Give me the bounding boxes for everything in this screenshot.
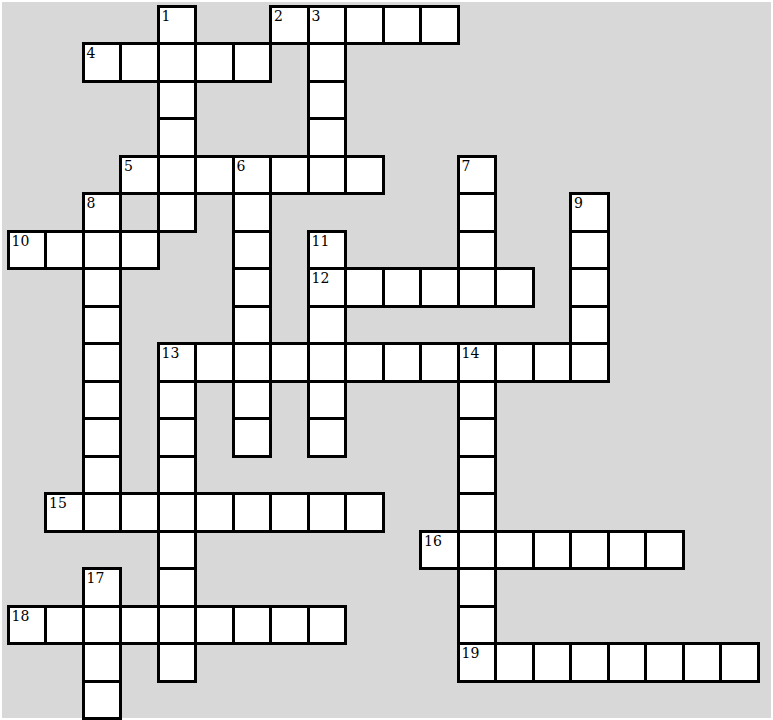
cell-r13-c1[interactable]: 15	[44, 492, 85, 533]
cell-r17-c2[interactable]	[82, 642, 123, 683]
clue-number-10: 10	[12, 233, 30, 249]
clue-number-15: 15	[49, 495, 67, 511]
cell-r14-c15[interactable]	[569, 530, 610, 571]
cell-r11-c8[interactable]	[307, 417, 348, 458]
cell-r9-c9[interactable]	[344, 342, 385, 383]
cell-r6-c6[interactable]	[232, 230, 273, 271]
cell-r9-c5[interactable]	[194, 342, 235, 383]
cell-r10-c12[interactable]	[457, 380, 498, 421]
clue-number-13: 13	[162, 345, 180, 361]
cell-r0-c7[interactable]: 2	[269, 5, 310, 46]
cell-r17-c13[interactable]	[494, 642, 535, 683]
cell-r11-c12[interactable]	[457, 417, 498, 458]
cell-r14-c12[interactable]	[457, 530, 498, 571]
cell-r12-c4[interactable]	[157, 455, 198, 496]
clue-number-17: 17	[87, 570, 105, 586]
cell-r16-c2[interactable]	[82, 605, 123, 646]
cell-r1-c2[interactable]: 4	[82, 42, 123, 83]
cell-r9-c2[interactable]	[82, 342, 123, 383]
cell-r17-c18[interactable]	[682, 642, 723, 683]
cell-r15-c2[interactable]: 17	[82, 567, 123, 608]
cell-r8-c2[interactable]	[82, 305, 123, 346]
cell-r0-c4[interactable]: 1	[157, 5, 198, 46]
cell-r13-c3[interactable]	[119, 492, 160, 533]
cell-r8-c6[interactable]	[232, 305, 273, 346]
cell-r6-c12[interactable]	[457, 230, 498, 271]
cell-r16-c12[interactable]	[457, 605, 498, 646]
cell-r17-c4[interactable]	[157, 642, 198, 683]
cell-r4-c4[interactable]	[157, 155, 198, 196]
clue-number-11: 11	[312, 233, 330, 249]
cell-r6-c8[interactable]: 11	[307, 230, 348, 271]
crossword-grid: 12345678910111213141516171819	[8, 6, 758, 719]
cell-r9-c11[interactable]	[419, 342, 460, 383]
cell-r10-c4[interactable]	[157, 380, 198, 421]
cell-r6-c1[interactable]	[44, 230, 85, 271]
cell-r1-c4[interactable]	[157, 42, 198, 83]
cell-r5-c4[interactable]	[157, 192, 198, 233]
cell-r13-c5[interactable]	[194, 492, 235, 533]
cell-r11-c6[interactable]	[232, 417, 273, 458]
cell-r15-c12[interactable]	[457, 567, 498, 608]
cell-r17-c16[interactable]	[607, 642, 648, 683]
cell-r12-c2[interactable]	[82, 455, 123, 496]
cell-r3-c8[interactable]	[307, 117, 348, 158]
cell-r18-c2[interactable]	[82, 680, 123, 720]
clue-number-8: 8	[87, 195, 96, 211]
cell-r14-c16[interactable]	[607, 530, 648, 571]
cell-r13-c6[interactable]	[232, 492, 273, 533]
clue-number-4: 4	[87, 45, 96, 61]
cell-r0-c10[interactable]	[382, 5, 423, 46]
cell-r13-c2[interactable]	[82, 492, 123, 533]
cell-r9-c6[interactable]	[232, 342, 273, 383]
cell-r4-c5[interactable]	[194, 155, 235, 196]
cell-r8-c8[interactable]	[307, 305, 348, 346]
clue-number-6: 6	[237, 158, 246, 174]
cell-r10-c6[interactable]	[232, 380, 273, 421]
cell-r4-c9[interactable]	[344, 155, 385, 196]
cell-r7-c10[interactable]	[382, 267, 423, 308]
cell-r7-c6[interactable]	[232, 267, 273, 308]
cell-r4-c6[interactable]: 6	[232, 155, 273, 196]
clue-number-5: 5	[124, 158, 133, 174]
cell-r16-c5[interactable]	[194, 605, 235, 646]
cell-r13-c12[interactable]	[457, 492, 498, 533]
cell-r7-c11[interactable]	[419, 267, 460, 308]
cell-r9-c8[interactable]	[307, 342, 348, 383]
cell-r7-c15[interactable]	[569, 267, 610, 308]
cell-r6-c0[interactable]: 10	[7, 230, 48, 271]
cell-r17-c12[interactable]: 19	[457, 642, 498, 683]
cell-r4-c7[interactable]	[269, 155, 310, 196]
cell-r9-c4[interactable]: 13	[157, 342, 198, 383]
cell-r9-c13[interactable]	[494, 342, 535, 383]
cell-r1-c5[interactable]	[194, 42, 235, 83]
cell-r4-c8[interactable]	[307, 155, 348, 196]
cell-r14-c11[interactable]: 16	[419, 530, 460, 571]
cell-r6-c15[interactable]	[569, 230, 610, 271]
cell-r9-c14[interactable]	[532, 342, 573, 383]
clue-number-2: 2	[274, 8, 283, 24]
cell-r2-c8[interactable]	[307, 80, 348, 121]
clue-number-19: 19	[462, 645, 480, 661]
cell-r6-c3[interactable]	[119, 230, 160, 271]
cell-r16-c6[interactable]	[232, 605, 273, 646]
cell-r5-c15[interactable]: 9	[569, 192, 610, 233]
cell-r9-c12[interactable]: 14	[457, 342, 498, 383]
clue-number-18: 18	[12, 608, 30, 624]
cell-r7-c2[interactable]	[82, 267, 123, 308]
cell-r1-c8[interactable]	[307, 42, 348, 83]
cell-r16-c3[interactable]	[119, 605, 160, 646]
clue-number-9: 9	[574, 195, 583, 211]
cell-r3-c4[interactable]	[157, 117, 198, 158]
clue-number-1: 1	[162, 8, 171, 24]
cell-r2-c4[interactable]	[157, 80, 198, 121]
cell-r13-c9[interactable]	[344, 492, 385, 533]
clue-number-16: 16	[424, 533, 442, 549]
cell-r6-c2[interactable]	[82, 230, 123, 271]
cell-r14-c17[interactable]	[644, 530, 685, 571]
cell-r14-c4[interactable]	[157, 530, 198, 571]
cell-r17-c15[interactable]	[569, 642, 610, 683]
cell-r16-c8[interactable]	[307, 605, 348, 646]
cell-r12-c12[interactable]	[457, 455, 498, 496]
cell-r9-c15[interactable]	[569, 342, 610, 383]
cell-r17-c19[interactable]	[719, 642, 760, 683]
cell-r15-c4[interactable]	[157, 567, 198, 608]
cell-r7-c12[interactable]	[457, 267, 498, 308]
clue-number-3: 3	[312, 8, 321, 24]
cell-r17-c17[interactable]	[644, 642, 685, 683]
cell-r10-c2[interactable]	[82, 380, 123, 421]
cell-r1-c3[interactable]	[119, 42, 160, 83]
cell-r0-c8[interactable]: 3	[307, 5, 348, 46]
cell-r4-c3[interactable]: 5	[119, 155, 160, 196]
cell-r0-c9[interactable]	[344, 5, 385, 46]
clue-number-7: 7	[462, 158, 471, 174]
cell-r7-c8[interactable]: 12	[307, 267, 348, 308]
cell-r7-c13[interactable]	[494, 267, 535, 308]
cell-r11-c4[interactable]	[157, 417, 198, 458]
cell-r5-c6[interactable]	[232, 192, 273, 233]
cell-r16-c0[interactable]: 18	[7, 605, 48, 646]
cell-r16-c7[interactable]	[269, 605, 310, 646]
cell-r13-c8[interactable]	[307, 492, 348, 533]
cell-r11-c2[interactable]	[82, 417, 123, 458]
cell-r1-c6[interactable]	[232, 42, 273, 83]
clue-number-14: 14	[462, 345, 480, 361]
cell-r16-c4[interactable]	[157, 605, 198, 646]
cell-r16-c1[interactable]	[44, 605, 85, 646]
cell-r5-c2[interactable]: 8	[82, 192, 123, 233]
cell-r13-c4[interactable]	[157, 492, 198, 533]
cell-r8-c15[interactable]	[569, 305, 610, 346]
cell-r10-c8[interactable]	[307, 380, 348, 421]
cell-r14-c13[interactable]	[494, 530, 535, 571]
cell-r5-c12[interactable]	[457, 192, 498, 233]
cell-r7-c9[interactable]	[344, 267, 385, 308]
cell-r0-c11[interactable]	[419, 5, 460, 46]
cell-r4-c12[interactable]: 7	[457, 155, 498, 196]
cell-r17-c14[interactable]	[532, 642, 573, 683]
cell-r9-c10[interactable]	[382, 342, 423, 383]
cell-r14-c14[interactable]	[532, 530, 573, 571]
cell-r9-c7[interactable]	[269, 342, 310, 383]
cell-r13-c7[interactable]	[269, 492, 310, 533]
clue-number-12: 12	[312, 270, 330, 286]
